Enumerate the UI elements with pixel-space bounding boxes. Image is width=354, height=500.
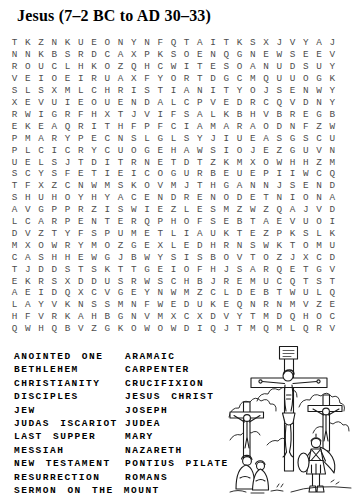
grid-cell-r13c16: H	[207, 180, 220, 192]
grid-cell-r20c4: D	[48, 263, 61, 275]
word-list-item: ANOINTED ONE	[14, 350, 125, 363]
grid-cell-r14c11: E	[140, 192, 153, 204]
grid-cell-r25c15: I	[193, 323, 206, 335]
grid-cell-r11c6: T	[74, 156, 87, 168]
grid-cell-r12c2: C	[21, 168, 34, 180]
grid-cell-r24c3: V	[34, 311, 47, 323]
grid-cell-r6c24: N	[312, 97, 325, 109]
grid-cell-r23c2: A	[21, 299, 34, 311]
grid-cell-r17c21: P	[273, 228, 286, 240]
grid-cell-r11c5: J	[61, 156, 74, 168]
grid-cell-r23c16: K	[207, 299, 220, 311]
grid-cell-r13c14: J	[180, 180, 193, 192]
grid-cell-r15c6: R	[74, 204, 87, 216]
grid-cell-r1c21: J	[273, 37, 286, 49]
grid-cell-r10c23: U	[299, 144, 312, 156]
grid-cell-r17c4: T	[48, 228, 61, 240]
grid-cell-r9c23: S	[299, 132, 312, 144]
grid-cell-r7c17: K	[220, 108, 233, 120]
grid-cell-r20c14: O	[180, 263, 193, 275]
crucifixion-illustration	[227, 345, 354, 497]
grid-cell-r2c11: P	[140, 49, 153, 61]
grid-cell-r13c18: A	[233, 180, 246, 192]
grid-cell-r3c13: W	[167, 61, 180, 73]
grid-cell-r3c16: E	[207, 61, 220, 73]
grid-cell-r9c7: E	[87, 132, 100, 144]
grid-cell-r17c14: I	[180, 228, 193, 240]
grid-cell-r20c6: T	[74, 263, 87, 275]
grid-cell-r9c9: N	[114, 132, 127, 144]
grid-cell-r20c23: T	[299, 263, 312, 275]
grid-cell-r14c23: O	[299, 192, 312, 204]
grid-cell-r18c10: G	[127, 239, 140, 251]
grid-cell-r2c18: G	[233, 49, 246, 61]
grid-cell-r23c3: Y	[34, 299, 47, 311]
grid-cell-r2c10: X	[127, 49, 140, 61]
grid-cell-r2c14: O	[180, 49, 193, 61]
grid-cell-r1c25: J	[326, 37, 339, 49]
grid-cell-r1c8: O	[101, 37, 114, 49]
grid-cell-r15c13: Z	[167, 204, 180, 216]
word-list-item: NEW TESTAMENT	[14, 457, 125, 470]
word-list-item: DISCIPLES	[14, 390, 125, 403]
grid-cell-r3c17: S	[220, 61, 233, 73]
grid-cell-r6c21: Q	[273, 97, 286, 109]
grid-cell-r7c22: R	[286, 108, 299, 120]
grid-cell-r12c5: F	[61, 168, 74, 180]
grid-cell-r10c4: I	[48, 144, 61, 156]
grid-cell-r6c1: X	[8, 97, 21, 109]
grid-cell-r15c23: J	[299, 204, 312, 216]
grid-cell-r23c8: S	[101, 299, 114, 311]
grid-cell-r23c24: Z	[312, 299, 325, 311]
grid-cell-r20c8: K	[101, 263, 114, 275]
grid-cell-r13c15: T	[193, 180, 206, 192]
grid-cell-r13c25: D	[326, 180, 339, 192]
grid-cell-r14c7: H	[87, 192, 100, 204]
grid-cell-r21c21: C	[273, 275, 286, 287]
grid-cell-r9c22: G	[286, 132, 299, 144]
grid-cell-r3c4: C	[48, 61, 61, 73]
grid-cell-r11c21: W	[273, 156, 286, 168]
grid-cell-r25c24: R	[312, 323, 325, 335]
grid-cell-r4c21: U	[273, 73, 286, 85]
grid-cell-r17c18: T	[233, 228, 246, 240]
grid-cell-r13c3: X	[34, 180, 47, 192]
grid-cell-r1c3: Z	[34, 37, 47, 49]
grid-cell-r25c6: V	[74, 323, 87, 335]
grid-cell-r10c10: O	[127, 144, 140, 156]
grid-cell-r24c18: Y	[233, 311, 246, 323]
grid-cell-r25c13: W	[167, 323, 180, 335]
grid-cell-r8c25: W	[326, 120, 339, 132]
grid-cell-r5c7: C	[87, 85, 100, 97]
grid-cell-r8c2: K	[21, 120, 34, 132]
grid-cell-r5c15: N	[193, 85, 206, 97]
grid-cell-r5c16: I	[207, 85, 220, 97]
word-list-item: JESUS CHRIST	[125, 390, 229, 403]
grid-cell-r21c15: B	[193, 275, 206, 287]
grid-cell-r5c9: R	[114, 85, 127, 97]
grid-cell-r8c18: R	[233, 120, 246, 132]
grid-cell-r5c2: L	[21, 85, 34, 97]
grid-cell-r12c15: R	[193, 168, 206, 180]
grid-cell-r20c18: S	[233, 263, 246, 275]
grid-cell-r15c5: P	[61, 204, 74, 216]
grid-cell-r6c14: C	[180, 97, 193, 109]
grid-cell-r13c4: Z	[48, 180, 61, 192]
grid-cell-r18c20: W	[259, 239, 272, 251]
grid-cell-r14c18: D	[233, 192, 246, 204]
grid-cell-r6c20: C	[259, 97, 272, 109]
grid-cell-r16c21: E	[273, 216, 286, 228]
grid-cell-r4c9: A	[114, 73, 127, 85]
grid-cell-r24c1: H	[8, 311, 21, 323]
grid-cell-r11c4: S	[48, 156, 61, 168]
grid-cell-r8c14: I	[180, 120, 193, 132]
grid-cell-r11c7: D	[87, 156, 100, 168]
grid-cell-r1c17: T	[220, 37, 233, 49]
grid-cell-r2c21: W	[273, 49, 286, 61]
word-list-item: JEW	[14, 404, 125, 417]
grid-cell-r16c7: N	[87, 216, 100, 228]
grid-cell-r3c11: H	[140, 61, 153, 73]
grid-cell-r3c6: H	[74, 61, 87, 73]
grid-cell-r8c9: H	[114, 120, 127, 132]
grid-cell-r5c10: I	[127, 85, 140, 97]
grid-cell-r15c1: A	[8, 204, 21, 216]
grid-cell-r25c1: Q	[8, 323, 21, 335]
grid-cell-r8c16: M	[207, 120, 220, 132]
mourner-figures	[236, 455, 269, 490]
grid-cell-r13c21: J	[273, 180, 286, 192]
grid-cell-r17c20: Z	[259, 228, 272, 240]
word-list-item: CRUCIFIXION	[125, 377, 229, 390]
grid-cell-r14c1: S	[8, 192, 21, 204]
word-list-item: JUDEA	[125, 417, 229, 430]
grid-cell-r21c24: S	[312, 275, 325, 287]
grid-cell-r10c11: G	[140, 144, 153, 156]
grid-cell-r15c3: G	[34, 204, 47, 216]
grid-cell-r14c5: O	[61, 192, 74, 204]
grid-cell-r4c6: I	[74, 73, 87, 85]
grid-cell-r11c12: E	[154, 156, 167, 168]
grid-cell-r16c2: C	[21, 216, 34, 228]
grid-cell-r4c15: T	[193, 73, 206, 85]
grid-cell-r1c13: Q	[167, 37, 180, 49]
grid-cell-r17c23: S	[299, 228, 312, 240]
grid-cell-r3c25: Y	[326, 61, 339, 73]
grid-cell-r13c22: S	[286, 180, 299, 192]
grid-cell-r12c8: I	[101, 168, 114, 180]
word-list-item: NAZARETH	[125, 444, 229, 457]
word-list-item: PONTIUS PILATE	[125, 457, 229, 470]
grid-cell-r9c3: A	[34, 132, 47, 144]
grid-cell-r13c17: G	[220, 180, 233, 192]
grid-cell-r22c4: D	[48, 287, 61, 299]
grid-cell-r3c20: N	[259, 61, 272, 73]
grid-cell-r2c7: D	[87, 49, 100, 61]
grid-cell-r13c1: T	[8, 180, 21, 192]
grid-cell-r23c22: M	[286, 299, 299, 311]
grid-cell-r19c14: I	[180, 251, 193, 263]
grid-cell-r25c21: M	[273, 323, 286, 335]
grid-cell-r2c16: N	[207, 49, 220, 61]
grid-cell-r25c7: Z	[87, 323, 100, 335]
grid-cell-r19c19: T	[246, 251, 259, 263]
grid-cell-r14c22: I	[286, 192, 299, 204]
grid-cell-r17c6: F	[74, 228, 87, 240]
grid-cell-r21c13: C	[167, 275, 180, 287]
grid-cell-r4c16: D	[207, 73, 220, 85]
grid-cell-r5c20: J	[259, 85, 272, 97]
grid-cell-r21c1: E	[8, 275, 21, 287]
grid-cell-r3c9: Z	[114, 61, 127, 73]
grid-cell-r16c12: P	[154, 216, 167, 228]
grid-cell-r15c9: S	[114, 204, 127, 216]
grid-cell-r23c1: L	[8, 299, 21, 311]
grid-cell-r15c17: M	[220, 204, 233, 216]
grid-cell-r24c17: V	[220, 311, 233, 323]
grid-cell-r13c20: N	[259, 180, 272, 192]
grid-cell-r19c25: D	[326, 251, 339, 263]
grid-cell-r4c22: U	[286, 73, 299, 85]
grid-cell-r22c2: E	[21, 287, 34, 299]
grid-cell-r22c18: D	[233, 287, 246, 299]
grid-cell-r7c21: B	[273, 108, 286, 120]
grid-cell-r24c21: D	[273, 311, 286, 323]
grid-cell-r15c12: E	[154, 204, 167, 216]
grid-cell-r18c6: Y	[74, 239, 87, 251]
grid-cell-r6c16: V	[207, 97, 220, 109]
grid-cell-r25c17: J	[220, 323, 233, 335]
grid-cell-r9c8: C	[101, 132, 114, 144]
grid-cell-r13c9: S	[114, 180, 127, 192]
grid-cell-r21c12: S	[154, 275, 167, 287]
grid-cell-r3c18: O	[233, 61, 246, 73]
grid-cell-r7c7: H	[87, 108, 100, 120]
grid-cell-r14c13: D	[167, 192, 180, 204]
grid-cell-r25c18: T	[233, 323, 246, 335]
grid-cell-r7c6: F	[74, 108, 87, 120]
grid-cell-r23c18: Q	[233, 299, 246, 311]
grid-cell-r16c25: I	[326, 216, 339, 228]
grid-cell-r23c4: V	[48, 299, 61, 311]
grid-cell-r9c11: L	[140, 132, 153, 144]
grid-cell-r16c5: P	[61, 216, 74, 228]
grid-cell-r16c11: Q	[140, 216, 153, 228]
grid-cell-r12c11: C	[140, 168, 153, 180]
grid-cell-r4c17: G	[220, 73, 233, 85]
grid-cell-r3c2: O	[21, 61, 34, 73]
grid-cell-r11c25: M	[326, 156, 339, 168]
grid-cell-r14c17: O	[220, 192, 233, 204]
grid-cell-r23c21: N	[273, 299, 286, 311]
grid-cell-r12c22: I	[286, 168, 299, 180]
grid-cell-r9c21: S	[273, 132, 286, 144]
word-list-item: JUDAS ISCARIOT	[14, 417, 125, 430]
grid-cell-r5c17: T	[220, 85, 233, 97]
grid-cell-r1c15: A	[193, 37, 206, 49]
grid-cell-r10c8: C	[101, 144, 114, 156]
grid-cell-r22c19: E	[246, 287, 259, 299]
grid-cell-r24c24: O	[312, 311, 325, 323]
grid-cell-r20c10: T	[127, 263, 140, 275]
grid-cell-r18c1: M	[8, 239, 21, 251]
grid-cell-r20c7: S	[87, 263, 100, 275]
grid-cell-r24c14: C	[180, 311, 193, 323]
grid-cell-r2c6: R	[74, 49, 87, 61]
grid-cell-r11c22: H	[286, 156, 299, 168]
grid-cell-r9c16: J	[207, 132, 220, 144]
grid-cell-r22c20: B	[259, 287, 272, 299]
grid-cell-r20c20: R	[259, 263, 272, 275]
grid-cell-r5c24: W	[312, 85, 325, 97]
grid-cell-r17c25: K	[326, 228, 339, 240]
grid-cell-r21c9: S	[114, 275, 127, 287]
grid-cell-r22c23: U	[299, 287, 312, 299]
grid-cell-r11c16: Z	[207, 156, 220, 168]
grid-cell-r8c10: F	[127, 120, 140, 132]
grid-cell-r24c15: X	[193, 311, 206, 323]
grid-cell-r17c2: V	[21, 228, 34, 240]
grid-cell-r24c25: C	[326, 311, 339, 323]
grid-cell-r14c16: N	[207, 192, 220, 204]
grid-cell-r2c20: E	[259, 49, 272, 61]
grid-cell-r23c19: N	[246, 299, 259, 311]
grid-cell-r20c5: S	[61, 263, 74, 275]
word-list-item: CARPENTER	[125, 363, 229, 376]
grid-cell-r13c23: E	[299, 180, 312, 192]
grid-cell-r13c24: N	[312, 180, 325, 192]
grid-cell-r19c18: V	[233, 251, 246, 263]
grid-cell-r14c10: C	[127, 192, 140, 204]
grid-cell-r4c23: O	[299, 73, 312, 85]
grid-cell-r12c17: E	[220, 168, 233, 180]
grid-cell-r4c11: F	[140, 73, 153, 85]
grid-cell-r13c5: C	[61, 180, 74, 192]
grid-cell-r24c11: V	[140, 311, 153, 323]
grid-cell-r10c2: L	[21, 144, 34, 156]
grid-cell-r15c21: Q	[273, 204, 286, 216]
grid-cell-r19c10: B	[127, 251, 140, 263]
grid-cell-r1c11: N	[140, 37, 153, 49]
grid-cell-r24c8: B	[101, 311, 114, 323]
grid-cell-r22c7: C	[87, 287, 100, 299]
grid-cell-r17c9: U	[114, 228, 127, 240]
grid-cell-r23c5: K	[61, 299, 74, 311]
grid-cell-r1c12: F	[154, 37, 167, 49]
grid-cell-r5c19: O	[246, 85, 259, 97]
grid-cell-r4c20: Q	[259, 73, 272, 85]
grid-cell-r2c24: E	[312, 49, 325, 61]
grid-cell-r25c20: Q	[259, 323, 272, 335]
grid-cell-r4c18: C	[233, 73, 246, 85]
grid-cell-r2c15: E	[193, 49, 206, 61]
grid-cell-r4c24: G	[312, 73, 325, 85]
grid-cell-r22c12: N	[154, 287, 167, 299]
grid-cell-r1c19: S	[246, 37, 259, 49]
grid-cell-r9c6: P	[74, 132, 87, 144]
grid-cell-r16c23: U	[299, 216, 312, 228]
grid-cell-r21c14: H	[180, 275, 193, 287]
grid-cell-r3c24: U	[312, 61, 325, 73]
grid-cell-r25c8: G	[101, 323, 114, 335]
grid-cell-r11c3: L	[34, 156, 47, 168]
grid-cell-r8c15: A	[193, 120, 206, 132]
grid-cell-r13c13: M	[167, 180, 180, 192]
grid-cell-r21c8: U	[101, 275, 114, 287]
grid-cell-r7c23: E	[299, 108, 312, 120]
grid-cell-r22c9: G	[114, 287, 127, 299]
grid-cell-r2c2: N	[21, 49, 34, 61]
grid-cell-r16c13: H	[167, 216, 180, 228]
grid-cell-r24c22: Q	[286, 311, 299, 323]
grid-cell-r12c16: B	[207, 168, 220, 180]
grid-cell-r2c8: C	[101, 49, 114, 61]
grid-cell-r21c5: X	[61, 275, 74, 287]
grid-cell-r1c2: K	[21, 37, 34, 49]
grid-cell-r6c18: D	[233, 97, 246, 109]
grid-cell-r25c16: Q	[207, 323, 220, 335]
grid-cell-r4c7: R	[87, 73, 100, 85]
word-list-item: LAST SUPPER	[14, 430, 125, 443]
grid-cell-r15c25: D	[326, 204, 339, 216]
grid-cell-r11c2: E	[21, 156, 34, 168]
grid-cell-r10c12: E	[154, 144, 167, 156]
grid-cell-r6c11: D	[140, 97, 153, 109]
grid-cell-r6c9: E	[114, 97, 127, 109]
grid-cell-r19c2: A	[21, 251, 34, 263]
grid-cell-r6c23: D	[299, 97, 312, 109]
grid-cell-r10c25: N	[326, 144, 339, 156]
grid-cell-r10c24: V	[312, 144, 325, 156]
grid-cell-r14c25: A	[326, 192, 339, 204]
grid-cell-r22c10: E	[127, 287, 140, 299]
grid-cell-r7c20: V	[259, 108, 272, 120]
grid-cell-r8c21: D	[273, 120, 286, 132]
grid-cell-r8c7: I	[87, 120, 100, 132]
grid-cell-r1c1: T	[8, 37, 21, 49]
grid-cell-r23c12: W	[154, 299, 167, 311]
grid-cell-r22c14: M	[180, 287, 193, 299]
grid-cell-r16c8: T	[101, 216, 114, 228]
grid-cell-r23c11: F	[140, 299, 153, 311]
grid-cell-r25c23: Q	[299, 323, 312, 335]
grid-cell-r14c6: Y	[74, 192, 87, 204]
grid-cell-r12c4: S	[48, 168, 61, 180]
grid-cell-r12c10: I	[127, 168, 140, 180]
grid-cell-r1c18: K	[233, 37, 246, 49]
grid-cell-r18c5: R	[61, 239, 74, 251]
grid-cell-r21c19: M	[246, 275, 259, 287]
grid-cell-r11c24: Z	[312, 156, 325, 168]
grid-cell-r6c13: L	[167, 97, 180, 109]
grid-cell-r21c11: W	[140, 275, 153, 287]
grid-cell-r12c9: E	[114, 168, 127, 180]
grid-cell-r12c14: U	[180, 168, 193, 180]
grid-cell-r13c6: N	[74, 180, 87, 192]
grid-cell-r25c12: O	[154, 323, 167, 335]
grid-cell-r19c17: O	[220, 251, 233, 263]
grid-cell-r8c8: T	[101, 120, 114, 132]
grid-cell-r19c21: Z	[273, 251, 286, 263]
grid-cell-r3c1: R	[8, 61, 21, 73]
grid-cell-r6c3: V	[34, 97, 47, 109]
grid-cell-r3c8: O	[101, 61, 114, 73]
grid-cell-r24c7: H	[87, 311, 100, 323]
grid-cell-r22c15: Z	[193, 287, 206, 299]
